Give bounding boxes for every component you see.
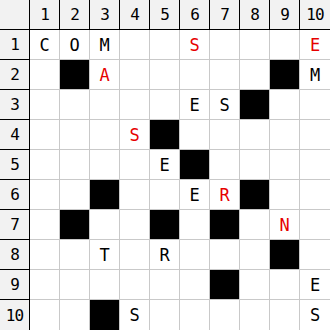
grid-cell[interactable] — [30, 180, 60, 210]
grid-cell[interactable] — [120, 240, 150, 270]
column-header-8: 8 — [240, 0, 270, 30]
grid-cell[interactable] — [30, 300, 60, 330]
grid-cell[interactable] — [240, 210, 270, 240]
row-header-1: 1 — [0, 30, 30, 60]
block-cell — [210, 210, 240, 240]
grid-cell[interactable] — [90, 120, 120, 150]
grid-cell[interactable] — [300, 240, 330, 270]
grid-cell[interactable]: E — [150, 150, 180, 180]
grid-cell[interactable] — [90, 150, 120, 180]
column-header-10: 10 — [300, 0, 330, 30]
grid-cell[interactable] — [30, 60, 60, 90]
row-header-5: 5 — [0, 150, 30, 180]
block-cell — [60, 210, 90, 240]
grid-cell[interactable] — [60, 240, 90, 270]
grid-cell[interactable] — [30, 120, 60, 150]
grid-cell[interactable] — [240, 240, 270, 270]
grid-cell[interactable]: E — [300, 270, 330, 300]
grid-cell[interactable]: M — [90, 30, 120, 60]
block-cell — [150, 120, 180, 150]
grid-cell[interactable] — [90, 210, 120, 240]
grid-cell[interactable] — [150, 60, 180, 90]
grid-cell[interactable]: E — [180, 180, 210, 210]
grid-cell[interactable] — [270, 120, 300, 150]
grid-cell[interactable] — [240, 60, 270, 90]
grid-cell[interactable]: O — [60, 30, 90, 60]
grid-cell[interactable]: N — [270, 210, 300, 240]
grid-cell[interactable] — [90, 270, 120, 300]
grid-cell[interactable] — [150, 30, 180, 60]
row-header-9: 9 — [0, 270, 30, 300]
grid-cell[interactable] — [120, 150, 150, 180]
grid-cell[interactable] — [270, 270, 300, 300]
grid-cell[interactable] — [120, 30, 150, 60]
row-header-7: 7 — [0, 210, 30, 240]
grid-cell[interactable] — [270, 90, 300, 120]
grid-cell[interactable] — [30, 90, 60, 120]
grid-cell[interactable] — [120, 180, 150, 210]
crossword-board: 123456789101COMSE2AM3ES4S5E6ER7N8TR9E10S… — [0, 0, 330, 330]
row-header-10: 10 — [0, 300, 30, 330]
grid-cell[interactable] — [270, 300, 300, 330]
grid-cell[interactable]: R — [210, 180, 240, 210]
column-header-3: 3 — [90, 0, 120, 30]
grid-cell[interactable] — [240, 150, 270, 180]
grid-cell[interactable]: S — [210, 90, 240, 120]
grid-cell[interactable] — [180, 120, 210, 150]
grid-cell[interactable] — [300, 210, 330, 240]
grid-cell[interactable] — [180, 210, 210, 240]
grid-cell[interactable] — [60, 300, 90, 330]
grid-cell[interactable] — [30, 270, 60, 300]
grid-cell[interactable] — [300, 90, 330, 120]
block-cell — [210, 270, 240, 300]
grid-cell[interactable] — [210, 240, 240, 270]
grid-cell[interactable] — [120, 90, 150, 120]
grid-cell[interactable]: M — [300, 60, 330, 90]
grid-cell[interactable] — [150, 270, 180, 300]
grid-cell[interactable] — [60, 270, 90, 300]
grid-cell[interactable] — [270, 150, 300, 180]
grid-cell[interactable] — [300, 150, 330, 180]
block-cell — [60, 60, 90, 90]
grid-cell[interactable] — [180, 240, 210, 270]
grid-cell[interactable] — [270, 180, 300, 210]
column-header-6: 6 — [180, 0, 210, 30]
column-header-4: 4 — [120, 0, 150, 30]
column-header-7: 7 — [210, 0, 240, 30]
block-cell — [240, 180, 270, 210]
grid-cell[interactable]: E — [180, 90, 210, 120]
grid-cell[interactable]: R — [150, 240, 180, 270]
row-header-3: 3 — [0, 90, 30, 120]
block-cell — [270, 60, 300, 90]
grid-cell[interactable]: S — [120, 120, 150, 150]
row-header-6: 6 — [0, 180, 30, 210]
grid-cell[interactable] — [150, 300, 180, 330]
grid-cell[interactable] — [120, 210, 150, 240]
grid-cell[interactable] — [210, 120, 240, 150]
grid-cell[interactable] — [300, 180, 330, 210]
grid-cell[interactable] — [60, 150, 90, 180]
grid-cell[interactable] — [210, 150, 240, 180]
grid-cell[interactable] — [240, 270, 270, 300]
grid-cell[interactable] — [30, 240, 60, 270]
grid-cell[interactable] — [210, 30, 240, 60]
grid-cell[interactable] — [210, 60, 240, 90]
grid-cell[interactable]: C — [30, 30, 60, 60]
block-cell — [90, 300, 120, 330]
grid-cell[interactable] — [270, 30, 300, 60]
grid-cell[interactable] — [240, 300, 270, 330]
grid-cell[interactable] — [60, 90, 90, 120]
row-header-8: 8 — [0, 240, 30, 270]
grid-cell[interactable] — [180, 60, 210, 90]
grid-cell[interactable] — [90, 90, 120, 120]
grid-cell[interactable] — [120, 60, 150, 90]
grid-cell[interactable] — [210, 300, 240, 330]
grid-cell[interactable] — [180, 300, 210, 330]
grid-cell[interactable] — [30, 150, 60, 180]
grid-cell[interactable] — [60, 180, 90, 210]
block-cell — [180, 150, 210, 180]
column-header-9: 9 — [270, 0, 300, 30]
grid-cell[interactable]: S — [300, 300, 330, 330]
grid-cell[interactable] — [60, 120, 90, 150]
grid-cell[interactable] — [150, 90, 180, 120]
block-cell — [240, 90, 270, 120]
grid-cell[interactable]: T — [90, 240, 120, 270]
grid-cell[interactable]: A — [90, 60, 120, 90]
grid-cell[interactable] — [300, 120, 330, 150]
corner-cell — [0, 0, 30, 30]
grid-cell[interactable]: S — [180, 30, 210, 60]
block-cell — [90, 180, 120, 210]
grid-cell[interactable] — [120, 270, 150, 300]
column-header-1: 1 — [30, 0, 60, 30]
grid-cell[interactable]: E — [300, 30, 330, 60]
row-header-4: 4 — [0, 120, 30, 150]
row-header-2: 2 — [0, 60, 30, 90]
block-cell — [150, 210, 180, 240]
grid-cell[interactable] — [180, 270, 210, 300]
grid-cell[interactable] — [150, 180, 180, 210]
grid-cell[interactable] — [240, 120, 270, 150]
grid-cell[interactable] — [30, 210, 60, 240]
grid-cell[interactable] — [240, 30, 270, 60]
grid-cell[interactable]: S — [120, 300, 150, 330]
column-header-5: 5 — [150, 0, 180, 30]
block-cell — [270, 240, 300, 270]
column-header-2: 2 — [60, 0, 90, 30]
